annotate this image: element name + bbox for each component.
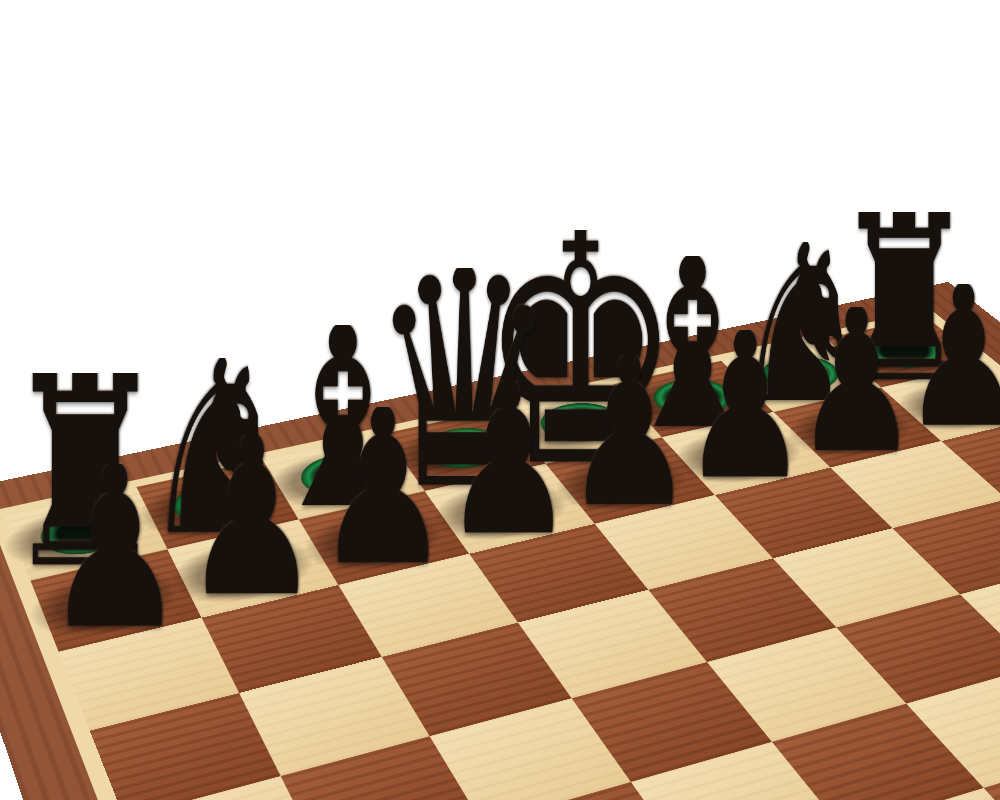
square-f4[interactable] — [836, 594, 1000, 703]
board-grid: ♜♞♝♛♚♝♞♜♟♟♟♟♟♟♟♟ — [5, 317, 1000, 800]
chessboard: ♜♞♝♛♚♝♞♜♟♟♟♟♟♟♟♟ — [0, 282, 1000, 800]
square-a7[interactable]: ♟ — [30, 549, 201, 651]
photo-stage: ♜♞♝♛♚♝♞♜♟♟♟♟♟♟♟♟ — [0, 0, 1000, 800]
